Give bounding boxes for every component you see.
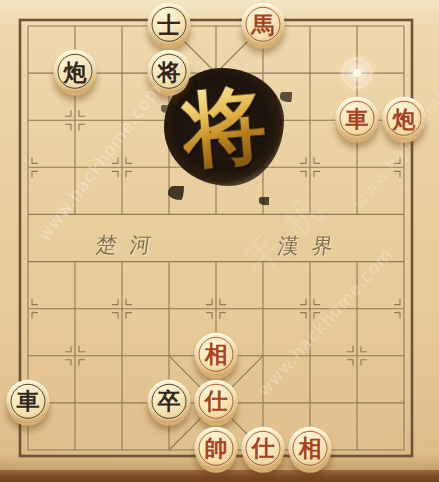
piece-glyph: 相 [205, 342, 228, 366]
piece-red-advisor[interactable]: 仕 [195, 380, 238, 423]
piece-glyph: 帥 [205, 436, 228, 460]
piece-black-cannon[interactable]: 炮 [54, 50, 97, 93]
piece-red-elephant[interactable]: 相 [289, 427, 332, 470]
check-stamp-character: 将 [178, 81, 269, 172]
piece-black-advisor[interactable]: 士 [148, 3, 191, 46]
piece-black-general[interactable]: 将 [148, 50, 191, 93]
piece-glyph: 車 [346, 106, 369, 130]
piece-black-chariot[interactable]: 車 [7, 380, 50, 423]
piece-glyph: 将 [158, 59, 181, 83]
piece-glyph: 仕 [205, 389, 228, 413]
piece-red-elephant[interactable]: 相 [195, 333, 238, 376]
river-label-chu: 楚河 [94, 232, 166, 258]
piece-glyph: 士 [158, 12, 181, 36]
piece-glyph: 相 [299, 436, 322, 460]
piece-glyph: 仕 [252, 436, 275, 460]
piece-red-cannon[interactable]: 炮 [383, 97, 426, 140]
sparkle-indicator [342, 58, 372, 88]
piece-red-advisor[interactable]: 仕 [242, 427, 285, 470]
piece-glyph: 卒 [158, 389, 181, 413]
piece-glyph: 馬 [252, 12, 275, 36]
piece-glyph: 炮 [393, 106, 416, 130]
piece-red-general[interactable]: 帥 [195, 427, 238, 470]
river-label-han: 漢界 [276, 233, 348, 259]
piece-red-horse[interactable]: 馬 [242, 3, 285, 46]
piece-glyph: 炮 [64, 59, 87, 83]
piece-black-soldier[interactable]: 卒 [148, 380, 191, 423]
xiangqi-board[interactable]: 楚河 漢界 将 士馬炮将車炮相車卒仕帥仕相 www.hackhome.com w… [0, 0, 439, 482]
piece-red-chariot[interactable]: 車 [336, 97, 379, 140]
piece-glyph: 車 [17, 389, 40, 413]
